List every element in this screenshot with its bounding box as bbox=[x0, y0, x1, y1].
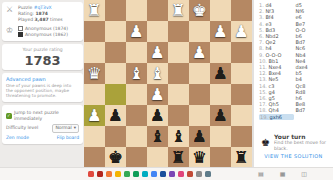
taskbar-app-4-icon[interactable] bbox=[115, 171, 121, 177]
square-d4[interactable] bbox=[168, 63, 189, 84]
square-b7[interactable] bbox=[210, 126, 231, 147]
piece-bP-g6[interactable]: ♟ bbox=[108, 105, 123, 126]
black-king-icon: ♚ bbox=[261, 137, 270, 148]
square-a6[interactable] bbox=[231, 105, 252, 126]
square-b1[interactable] bbox=[210, 0, 231, 21]
square-e3[interactable]: ♟ bbox=[147, 42, 168, 63]
square-e1[interactable] bbox=[147, 0, 168, 21]
puzzle-rating-value: 1783 bbox=[4, 53, 81, 68]
piece-wK-c1[interactable]: ♚ bbox=[192, 0, 207, 21]
square-b8[interactable] bbox=[210, 147, 231, 168]
square-b5[interactable] bbox=[210, 84, 231, 105]
your-turn-title: Your turn bbox=[274, 133, 326, 140]
desktop-screen: ⚔ Puzzle #qT3vX Rating: 1874 Played 3,48… bbox=[0, 0, 333, 180]
tray-icon-3[interactable]: ◫ bbox=[301, 170, 307, 178]
square-d1[interactable]: ♜ bbox=[168, 0, 189, 21]
theme-description: One of your pawns is deep into the oppon… bbox=[6, 83, 79, 99]
piece-wB-f4[interactable]: ♝ bbox=[129, 63, 144, 84]
square-a4[interactable] bbox=[231, 63, 252, 84]
piece-bR-d8[interactable]: ♜ bbox=[171, 147, 186, 168]
piece-bP-e6[interactable]: ♟ bbox=[150, 105, 165, 126]
square-h3[interactable] bbox=[84, 42, 105, 63]
taskbar-app-7-icon[interactable] bbox=[142, 171, 148, 177]
puzzle-meta-block: ⚔ Puzzle #qT3vX Rating: 1874 Played 3,48… bbox=[6, 5, 79, 23]
rating-card: Your puzzle rating 1783 bbox=[2, 44, 83, 70]
piece-bP-b4[interactable]: ♟ bbox=[213, 63, 228, 84]
taskbar-app-9-icon[interactable] bbox=[160, 171, 166, 177]
square-c7[interactable]: ♟ bbox=[189, 126, 210, 147]
move-list: 1. d4d52. Nf3Nf63. Bf4e64. e3Be75. Bd3O-… bbox=[254, 0, 333, 120]
piece-bB-d7[interactable]: ♝ bbox=[171, 126, 186, 147]
square-f3[interactable] bbox=[126, 42, 147, 63]
white-square-bullet bbox=[18, 26, 23, 31]
square-f7[interactable] bbox=[126, 126, 147, 147]
square-d6[interactable] bbox=[168, 105, 189, 126]
square-h1[interactable]: ♜ bbox=[84, 0, 105, 21]
square-c6[interactable] bbox=[189, 105, 210, 126]
square-a5[interactable] bbox=[231, 84, 252, 105]
your-turn-subtitle: Find the best move for black. bbox=[274, 140, 326, 152]
square-h2[interactable] bbox=[84, 21, 105, 42]
check-icon: ✓ bbox=[6, 113, 12, 119]
taskbar-app-1-icon[interactable] bbox=[88, 171, 94, 177]
square-b2[interactable]: ♟ bbox=[210, 21, 231, 42]
difficulty-label: Difficulty level bbox=[6, 125, 50, 131]
piece-wP-h6[interactable]: ♟ bbox=[87, 105, 102, 126]
square-e2[interactable] bbox=[147, 21, 168, 42]
square-c4[interactable] bbox=[189, 63, 210, 84]
square-c5[interactable] bbox=[189, 84, 210, 105]
square-g8[interactable]: ♚ bbox=[105, 147, 126, 168]
piece-wP-c3[interactable]: ♟ bbox=[192, 42, 207, 63]
difficulty-row: Difficulty level Normal ▾ bbox=[6, 124, 79, 133]
puzzle-info-card: ⚔ Puzzle #qT3vX Rating: 1874 Played 3,48… bbox=[2, 2, 83, 41]
square-d7[interactable]: ♝ bbox=[168, 126, 189, 147]
piece-wQ-h4[interactable]: ♛ bbox=[87, 63, 102, 84]
square-f8[interactable] bbox=[126, 147, 147, 168]
theme-card: Advanced pawn One of your pawns is deep … bbox=[2, 73, 83, 102]
piece-bP-b6[interactable]: ♟ bbox=[213, 105, 228, 126]
square-g4[interactable] bbox=[105, 63, 126, 84]
square-c8[interactable]: ♛ bbox=[189, 147, 210, 168]
piece-wP-e3[interactable]: ♟ bbox=[150, 42, 165, 63]
piece-wB-e4[interactable]: ♝ bbox=[150, 63, 165, 84]
piece-bQ-c8[interactable]: ♛ bbox=[192, 147, 207, 168]
taskbar-app-3-icon[interactable] bbox=[106, 171, 112, 177]
square-g3[interactable] bbox=[105, 42, 126, 63]
puzzle-sidebar: ⚔ Puzzle #qT3vX Rating: 1874 Played 3,48… bbox=[0, 0, 84, 168]
square-h6[interactable]: ♟ bbox=[84, 105, 105, 126]
square-h5[interactable] bbox=[84, 84, 105, 105]
square-f5[interactable] bbox=[126, 84, 147, 105]
tray-icon-1[interactable]: ▤ bbox=[258, 170, 264, 178]
taskbar-apps bbox=[88, 171, 211, 177]
square-a7[interactable] bbox=[231, 126, 252, 147]
jump-option-row[interactable]: ✓ Jump to next puzzle immediately bbox=[6, 110, 79, 122]
taskbar-tray: ▤▦◫ bbox=[258, 170, 307, 178]
square-d3[interactable] bbox=[168, 42, 189, 63]
puzzle-played-line: Played 3,487 times bbox=[18, 17, 63, 23]
move-panel: 1. d4d52. Nf3Nf63. Bf4e64. e3Be75. Bd3O-… bbox=[252, 0, 333, 168]
piece-bB-e7[interactable]: ♝ bbox=[150, 126, 165, 147]
taskbar-app-10-icon[interactable] bbox=[169, 171, 175, 177]
square-f2[interactable]: ♟ bbox=[126, 21, 147, 42]
square-a1[interactable] bbox=[231, 0, 252, 21]
piece-wP-e5[interactable]: ♟ bbox=[150, 84, 165, 105]
chevron-down-icon: ▾ bbox=[74, 125, 76, 131]
square-h7[interactable] bbox=[84, 126, 105, 147]
square-a2[interactable]: ♟ bbox=[231, 21, 252, 42]
square-d2[interactable] bbox=[168, 21, 189, 42]
tray-icon-2[interactable]: ▦ bbox=[280, 170, 286, 178]
square-d5[interactable] bbox=[168, 84, 189, 105]
black-player[interactable]: Anonymous (1862) bbox=[18, 32, 68, 38]
piece-wR-d1[interactable]: ♜ bbox=[171, 0, 186, 21]
taskbar-app-12-icon[interactable] bbox=[187, 171, 193, 177]
piece-bR-a8[interactable]: ♜ bbox=[234, 147, 249, 168]
square-g5[interactable] bbox=[105, 84, 126, 105]
crossed-swords-icon: ⚔ bbox=[6, 5, 15, 23]
taskbar-app-2-icon[interactable] bbox=[97, 171, 103, 177]
taskbar-app-13-icon[interactable] bbox=[196, 171, 202, 177]
square-b4[interactable]: ♟ bbox=[210, 63, 231, 84]
square-c3[interactable]: ♟ bbox=[189, 42, 210, 63]
square-c1[interactable]: ♚ bbox=[189, 0, 210, 21]
square-b6[interactable]: ♟ bbox=[210, 105, 231, 126]
move-black-19 bbox=[296, 114, 331, 120]
square-g2[interactable] bbox=[105, 21, 126, 42]
square-f1[interactable] bbox=[126, 0, 147, 21]
square-e8[interactable] bbox=[147, 147, 168, 168]
square-e5[interactable]: ♟ bbox=[147, 84, 168, 105]
taskbar-app-11-icon[interactable] bbox=[178, 171, 184, 177]
square-g1[interactable] bbox=[105, 0, 126, 21]
source-game-block: ♔ Anonymous (1874) Anonymous (1862) bbox=[6, 26, 79, 38]
square-c2[interactable] bbox=[189, 21, 210, 42]
difficulty-select[interactable]: Normal ▾ bbox=[52, 124, 79, 133]
square-b3[interactable] bbox=[210, 42, 231, 63]
square-h8[interactable] bbox=[84, 147, 105, 168]
theme-link[interactable]: Advanced pawn bbox=[6, 76, 79, 82]
square-d8[interactable]: ♜ bbox=[168, 147, 189, 168]
square-a3[interactable] bbox=[231, 42, 252, 63]
options-card: ✓ Jump to next puzzle immediately Diffic… bbox=[2, 105, 83, 144]
taskbar-app-14-icon[interactable] bbox=[205, 171, 211, 177]
view-solution-link[interactable]: VIEW THE SOLUTION bbox=[254, 153, 333, 159]
square-a8[interactable]: ♜ bbox=[231, 147, 252, 168]
taskbar-app-5-icon[interactable] bbox=[124, 171, 130, 177]
black-square-bullet bbox=[18, 32, 23, 37]
piece-wP-a2[interactable]: ♟ bbox=[234, 21, 249, 42]
square-e4[interactable]: ♝ bbox=[147, 63, 168, 84]
options-links-row: Zen mode Flip board bbox=[6, 135, 79, 141]
square-f6[interactable] bbox=[126, 105, 147, 126]
square-f4[interactable]: ♝ bbox=[126, 63, 147, 84]
piece-wP-f2[interactable]: ♟ bbox=[129, 21, 144, 42]
square-g7[interactable] bbox=[105, 126, 126, 147]
piece-wP-b2[interactable]: ♟ bbox=[213, 21, 228, 42]
king-outline-icon: ♔ bbox=[6, 26, 15, 38]
jump-option-label: Jump to next puzzle immediately bbox=[14, 110, 79, 122]
chess-board: ♜♜♚♟♟♟♟♟♛♝♝♟♟♟♟♟♟♝♝♟♚♜♛♜ bbox=[84, 0, 252, 168]
zen-mode-link[interactable]: Zen mode bbox=[6, 135, 29, 141]
piece-bP-c7[interactable]: ♟ bbox=[192, 126, 207, 147]
square-g6[interactable]: ♟ bbox=[105, 105, 126, 126]
flip-board-link[interactable]: Flip board bbox=[57, 135, 79, 141]
square-h4[interactable]: ♛ bbox=[84, 63, 105, 84]
taskbar-app-6-icon[interactable] bbox=[133, 171, 139, 177]
square-e6[interactable]: ♟ bbox=[147, 105, 168, 126]
piece-bK-g8[interactable]: ♚ bbox=[108, 147, 123, 168]
your-turn-box: ♚ Your turn Find the best move for black… bbox=[254, 133, 333, 152]
taskbar-app-8-icon[interactable] bbox=[151, 171, 157, 177]
square-e7[interactable]: ♝ bbox=[147, 126, 168, 147]
move-white-19[interactable]: 19. gxh6 bbox=[259, 114, 294, 120]
taskbar: ▤▦◫ bbox=[0, 167, 333, 180]
piece-wR-h1[interactable]: ♜ bbox=[87, 0, 102, 21]
puzzle-id-link[interactable]: #qT3vX bbox=[34, 5, 52, 10]
